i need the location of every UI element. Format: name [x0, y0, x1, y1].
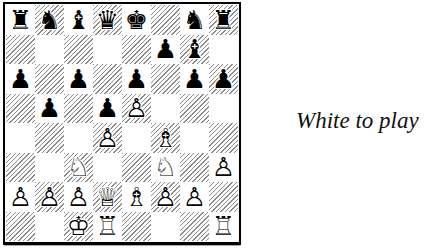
square-a5 — [6, 94, 35, 124]
white-pawn-glyph: ♙ — [96, 125, 119, 151]
white-pawn: ♟♙ — [209, 153, 238, 183]
white-pawn: ♟♙ — [64, 182, 93, 212]
square-b6 — [35, 64, 64, 94]
square-b7 — [35, 35, 64, 65]
black-rook: ♜♜ — [209, 5, 238, 35]
white-pawn: ♟♙ — [151, 182, 180, 212]
white-pawn: ♟♙ — [35, 182, 64, 212]
black-bishop-glyph: ♝ — [67, 7, 90, 33]
black-rook-glyph: ♜ — [212, 7, 235, 33]
square-e8: ♚♚ — [122, 5, 151, 35]
square-g3 — [180, 153, 209, 183]
square-c2: ♟♙ — [64, 182, 93, 212]
square-b5: ♟♟ — [35, 94, 64, 124]
black-knight-glyph: ♞ — [183, 7, 206, 33]
black-knight-glyph: ♞ — [38, 7, 61, 33]
square-d7 — [93, 35, 122, 65]
square-c4 — [64, 123, 93, 153]
square-h8: ♜♜ — [209, 5, 238, 35]
square-c3: ♞♘ — [64, 153, 93, 183]
square-e4 — [122, 123, 151, 153]
square-h4 — [209, 123, 238, 153]
square-a6: ♟♟ — [6, 64, 35, 94]
square-e2: ♝♗ — [122, 182, 151, 212]
white-bishop-glyph: ♗ — [154, 125, 177, 151]
square-g6: ♟♟ — [180, 64, 209, 94]
white-knight: ♞♘ — [64, 153, 93, 183]
square-c1: ♚♔ — [64, 212, 93, 242]
square-h3: ♟♙ — [209, 153, 238, 183]
chess-board: ♜♜♞♞♝♝♛♛♚♚♞♞♜♜♟♟♝♝♟♟♟♟♟♟♟♟♟♟♟♟♟♟♟♙♟♙♝♗♞♘… — [3, 2, 241, 245]
black-bishop: ♝♝ — [180, 35, 209, 65]
square-e6: ♟♟ — [122, 64, 151, 94]
black-pawn: ♟♟ — [64, 64, 93, 94]
white-bishop: ♝♗ — [122, 182, 151, 212]
black-pawn-glyph: ♟ — [67, 66, 90, 92]
square-c5 — [64, 94, 93, 124]
white-pawn: ♟♙ — [6, 182, 35, 212]
square-f8 — [151, 5, 180, 35]
square-g2: ♟♙ — [180, 182, 209, 212]
square-a3 — [6, 153, 35, 183]
black-knight: ♞♞ — [180, 5, 209, 35]
white-bishop: ♝♗ — [151, 123, 180, 153]
black-pawn-glyph: ♟ — [154, 36, 177, 62]
white-rook-glyph: ♖ — [212, 213, 235, 239]
white-pawn: ♟♙ — [180, 182, 209, 212]
square-e1 — [122, 212, 151, 242]
white-knight-glyph: ♘ — [154, 154, 177, 180]
black-knight: ♞♞ — [35, 5, 64, 35]
square-g7: ♝♝ — [180, 35, 209, 65]
square-f1 — [151, 212, 180, 242]
square-c8: ♝♝ — [64, 5, 93, 35]
square-b1 — [35, 212, 64, 242]
white-knight: ♞♘ — [151, 153, 180, 183]
white-pawn-glyph: ♙ — [212, 154, 235, 180]
black-pawn: ♟♟ — [209, 64, 238, 94]
square-f3: ♞♘ — [151, 153, 180, 183]
square-c6: ♟♟ — [64, 64, 93, 94]
white-pawn-glyph: ♙ — [67, 184, 90, 210]
black-pawn: ♟♟ — [122, 64, 151, 94]
white-pawn-glyph: ♙ — [125, 95, 148, 121]
diagram-page: ♜♜♞♞♝♝♛♛♚♚♞♞♜♜♟♟♝♝♟♟♟♟♟♟♟♟♟♟♟♟♟♟♟♙♟♙♝♗♞♘… — [0, 0, 425, 248]
black-pawn-glyph: ♟ — [183, 66, 206, 92]
square-d6 — [93, 64, 122, 94]
square-b4 — [35, 123, 64, 153]
black-bishop: ♝♝ — [64, 5, 93, 35]
square-f6 — [151, 64, 180, 94]
white-pawn-glyph: ♙ — [38, 184, 61, 210]
white-bishop-glyph: ♗ — [125, 184, 148, 210]
square-e5: ♟♙ — [122, 94, 151, 124]
square-f4: ♝♗ — [151, 123, 180, 153]
white-queen: ♛♕ — [93, 182, 122, 212]
square-a4 — [6, 123, 35, 153]
black-pawn: ♟♟ — [93, 94, 122, 124]
square-h5 — [209, 94, 238, 124]
square-a2: ♟♙ — [6, 182, 35, 212]
side-to-move-caption: White to play — [296, 108, 419, 134]
black-queen: ♛♛ — [93, 5, 122, 35]
black-pawn: ♟♟ — [180, 64, 209, 94]
square-e3 — [122, 153, 151, 183]
white-king: ♚♔ — [64, 212, 93, 242]
black-pawn: ♟♟ — [151, 35, 180, 65]
black-king-glyph: ♚ — [125, 7, 148, 33]
square-b3 — [35, 153, 64, 183]
white-rook: ♜♖ — [209, 212, 238, 242]
square-f2: ♟♙ — [151, 182, 180, 212]
square-g1 — [180, 212, 209, 242]
square-d5: ♟♟ — [93, 94, 122, 124]
black-queen-glyph: ♛ — [96, 7, 119, 33]
square-g4 — [180, 123, 209, 153]
square-d3 — [93, 153, 122, 183]
square-c7 — [64, 35, 93, 65]
white-queen-glyph: ♕ — [96, 184, 119, 210]
square-h7 — [209, 35, 238, 65]
square-b2: ♟♙ — [35, 182, 64, 212]
white-pawn: ♟♙ — [93, 123, 122, 153]
black-pawn-glyph: ♟ — [125, 66, 148, 92]
square-g5 — [180, 94, 209, 124]
square-f7: ♟♟ — [151, 35, 180, 65]
black-pawn-glyph: ♟ — [38, 95, 61, 121]
square-h2 — [209, 182, 238, 212]
black-rook-glyph: ♜ — [9, 7, 32, 33]
square-d8: ♛♛ — [93, 5, 122, 35]
black-rook: ♜♜ — [6, 5, 35, 35]
square-e7 — [122, 35, 151, 65]
black-pawn-glyph: ♟ — [9, 66, 32, 92]
white-pawn-glyph: ♙ — [154, 184, 177, 210]
square-g8: ♞♞ — [180, 5, 209, 35]
square-a7 — [6, 35, 35, 65]
square-d1: ♜♖ — [93, 212, 122, 242]
square-a8: ♜♜ — [6, 5, 35, 35]
black-pawn-glyph: ♟ — [212, 66, 235, 92]
white-knight-glyph: ♘ — [67, 154, 90, 180]
square-a1 — [6, 212, 35, 242]
black-pawn-glyph: ♟ — [96, 95, 119, 121]
square-d2: ♛♕ — [93, 182, 122, 212]
black-pawn: ♟♟ — [6, 64, 35, 94]
white-pawn-glyph: ♙ — [9, 184, 32, 210]
black-pawn: ♟♟ — [35, 94, 64, 124]
white-rook: ♜♖ — [93, 212, 122, 242]
white-pawn-glyph: ♙ — [183, 184, 206, 210]
white-king-glyph: ♔ — [67, 213, 90, 239]
square-b8: ♞♞ — [35, 5, 64, 35]
square-d4: ♟♙ — [93, 123, 122, 153]
square-h6: ♟♟ — [209, 64, 238, 94]
square-h1: ♜♖ — [209, 212, 238, 242]
square-f5 — [151, 94, 180, 124]
black-bishop-glyph: ♝ — [183, 36, 206, 62]
black-king: ♚♚ — [122, 5, 151, 35]
white-pawn: ♟♙ — [122, 94, 151, 124]
white-rook-glyph: ♖ — [96, 213, 119, 239]
